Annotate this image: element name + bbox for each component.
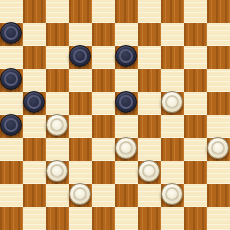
- square-r5c5: [115, 115, 138, 138]
- square-41[interactable]: [23, 184, 46, 207]
- white-man[interactable]: [161, 91, 183, 113]
- square-30[interactable]: [184, 115, 207, 138]
- square-3[interactable]: [115, 0, 138, 23]
- square-r4c2: [46, 92, 69, 115]
- square-1[interactable]: [23, 0, 46, 23]
- square-r5c7: [161, 115, 184, 138]
- square-r6c2: [46, 138, 69, 161]
- square-19[interactable]: [138, 69, 161, 92]
- square-r1c3: [69, 23, 92, 46]
- square-r1c5: [115, 23, 138, 46]
- white-man[interactable]: [46, 160, 68, 182]
- square-43[interactable]: [115, 184, 138, 207]
- square-r2c4: [92, 46, 115, 69]
- square-25[interactable]: [207, 92, 230, 115]
- square-r7c1: [23, 161, 46, 184]
- square-r1c9: [207, 23, 230, 46]
- square-9[interactable]: [138, 23, 161, 46]
- square-r6c4: [92, 138, 115, 161]
- square-r0c6: [138, 0, 161, 23]
- square-39[interactable]: [138, 161, 161, 184]
- square-8[interactable]: [92, 23, 115, 46]
- black-man[interactable]: [115, 45, 137, 67]
- square-r9c5: [115, 207, 138, 230]
- square-r9c7: [161, 207, 184, 230]
- square-r9c9: [207, 207, 230, 230]
- square-r2c6: [138, 46, 161, 69]
- square-26[interactable]: [0, 115, 23, 138]
- square-6[interactable]: [0, 23, 23, 46]
- square-34[interactable]: [161, 138, 184, 161]
- square-4[interactable]: [161, 0, 184, 23]
- square-r3c5: [115, 69, 138, 92]
- black-man[interactable]: [69, 45, 91, 67]
- square-r7c5: [115, 161, 138, 184]
- square-r8c0: [0, 184, 23, 207]
- white-man[interactable]: [207, 137, 229, 159]
- square-45[interactable]: [207, 184, 230, 207]
- square-r9c1: [23, 207, 46, 230]
- square-21[interactable]: [23, 92, 46, 115]
- square-r0c4: [92, 0, 115, 23]
- square-40[interactable]: [184, 161, 207, 184]
- square-38[interactable]: [92, 161, 115, 184]
- square-r0c2: [46, 0, 69, 23]
- square-r2c8: [184, 46, 207, 69]
- square-r6c6: [138, 138, 161, 161]
- square-r1c1: [23, 23, 46, 46]
- square-13[interactable]: [115, 46, 138, 69]
- square-20[interactable]: [184, 69, 207, 92]
- square-31[interactable]: [23, 138, 46, 161]
- square-32[interactable]: [69, 138, 92, 161]
- square-10[interactable]: [184, 23, 207, 46]
- square-2[interactable]: [69, 0, 92, 23]
- square-r4c6: [138, 92, 161, 115]
- square-28[interactable]: [92, 115, 115, 138]
- square-27[interactable]: [46, 115, 69, 138]
- square-50[interactable]: [184, 207, 207, 230]
- square-36[interactable]: [0, 161, 23, 184]
- square-15[interactable]: [207, 46, 230, 69]
- square-29[interactable]: [138, 115, 161, 138]
- square-12[interactable]: [69, 46, 92, 69]
- square-r4c4: [92, 92, 115, 115]
- black-man[interactable]: [0, 68, 22, 90]
- white-man[interactable]: [69, 183, 91, 205]
- black-man[interactable]: [0, 114, 22, 136]
- square-r0c0: [0, 0, 23, 23]
- square-r4c8: [184, 92, 207, 115]
- square-r4c0: [0, 92, 23, 115]
- square-46[interactable]: [0, 207, 23, 230]
- square-r2c2: [46, 46, 69, 69]
- square-r6c8: [184, 138, 207, 161]
- square-48[interactable]: [92, 207, 115, 230]
- square-r3c3: [69, 69, 92, 92]
- square-5[interactable]: [207, 0, 230, 23]
- square-18[interactable]: [92, 69, 115, 92]
- white-man[interactable]: [115, 137, 137, 159]
- square-r2c0: [0, 46, 23, 69]
- square-r8c8: [184, 184, 207, 207]
- square-44[interactable]: [161, 184, 184, 207]
- square-r8c6: [138, 184, 161, 207]
- square-7[interactable]: [46, 23, 69, 46]
- square-23[interactable]: [115, 92, 138, 115]
- black-man[interactable]: [0, 22, 22, 44]
- draughts-board: [0, 0, 230, 230]
- square-42[interactable]: [69, 184, 92, 207]
- square-r8c4: [92, 184, 115, 207]
- square-37[interactable]: [46, 161, 69, 184]
- white-man[interactable]: [161, 183, 183, 205]
- square-11[interactable]: [23, 46, 46, 69]
- square-r3c9: [207, 69, 230, 92]
- square-33[interactable]: [115, 138, 138, 161]
- square-r5c1: [23, 115, 46, 138]
- black-man[interactable]: [23, 91, 45, 113]
- square-35[interactable]: [207, 138, 230, 161]
- square-r9c3: [69, 207, 92, 230]
- square-16[interactable]: [0, 69, 23, 92]
- square-r3c1: [23, 69, 46, 92]
- square-22[interactable]: [69, 92, 92, 115]
- black-man[interactable]: [115, 91, 137, 113]
- square-r5c9: [207, 115, 230, 138]
- white-man[interactable]: [46, 114, 68, 136]
- square-24[interactable]: [161, 92, 184, 115]
- square-r7c9: [207, 161, 230, 184]
- square-14[interactable]: [161, 46, 184, 69]
- square-r0c8: [184, 0, 207, 23]
- square-r8c2: [46, 184, 69, 207]
- square-r5c3: [69, 115, 92, 138]
- square-47[interactable]: [46, 207, 69, 230]
- square-r3c7: [161, 69, 184, 92]
- square-49[interactable]: [138, 207, 161, 230]
- square-r1c7: [161, 23, 184, 46]
- white-man[interactable]: [138, 160, 160, 182]
- square-17[interactable]: [46, 69, 69, 92]
- square-r7c3: [69, 161, 92, 184]
- square-r7c7: [161, 161, 184, 184]
- square-r6c0: [0, 138, 23, 161]
